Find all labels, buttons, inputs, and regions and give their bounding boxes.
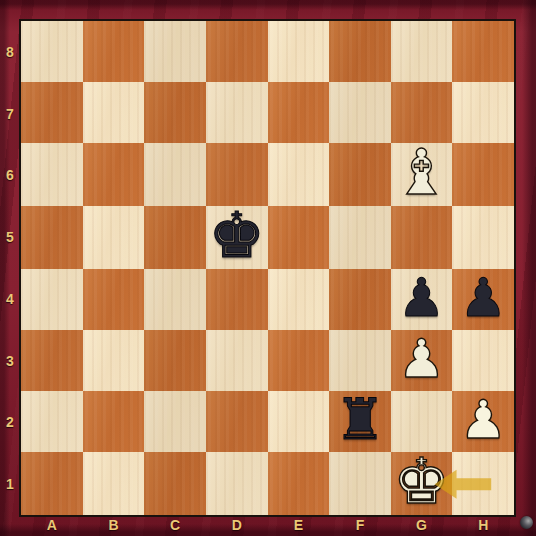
square-b7[interactable] [83, 82, 145, 143]
file-label-a: A [37, 516, 67, 535]
rank-label-8: 8 [0, 43, 20, 61]
square-b2[interactable] [83, 391, 145, 452]
square-c8[interactable] [144, 21, 206, 82]
board-frame: ♝♚♟♟♟♜♟♚ 87654321 ABCDEFGH [0, 0, 536, 536]
square-e1[interactable] [268, 452, 330, 515]
square-g1[interactable]: ♚ [391, 452, 453, 515]
square-c6[interactable] [144, 143, 206, 206]
square-f4[interactable] [329, 269, 391, 330]
piece-black-king[interactable]: ♚ [208, 204, 264, 267]
square-b5[interactable] [83, 206, 145, 269]
file-label-g: G [407, 516, 437, 535]
square-g2[interactable] [391, 391, 453, 452]
square-a6[interactable] [21, 143, 83, 206]
square-e6[interactable] [268, 143, 330, 206]
square-c7[interactable] [144, 82, 206, 143]
square-g8[interactable] [391, 21, 453, 82]
square-a4[interactable] [21, 269, 83, 330]
square-b4[interactable] [83, 269, 145, 330]
square-b1[interactable] [83, 452, 145, 515]
square-d7[interactable] [206, 82, 268, 143]
square-e3[interactable] [268, 330, 330, 391]
square-e2[interactable] [268, 391, 330, 452]
square-g4[interactable]: ♟ [391, 269, 453, 330]
file-label-c: C [160, 516, 190, 535]
square-g6[interactable]: ♝ [391, 143, 453, 206]
rank-label-1: 1 [0, 475, 20, 493]
square-d8[interactable] [206, 21, 268, 82]
square-d1[interactable] [206, 452, 268, 515]
board-inner-border: ♝♚♟♟♟♜♟♚ [19, 19, 516, 517]
piece-white-king[interactable]: ♚ [393, 450, 449, 513]
rank-label-5: 5 [0, 228, 20, 246]
square-a3[interactable] [21, 330, 83, 391]
file-label-h: H [468, 516, 498, 535]
square-f5[interactable] [329, 206, 391, 269]
square-b6[interactable] [83, 143, 145, 206]
square-a7[interactable] [21, 82, 83, 143]
file-label-d: D [222, 516, 252, 535]
square-h8[interactable] [452, 21, 514, 82]
square-d4[interactable] [206, 269, 268, 330]
rank-label-6: 6 [0, 166, 20, 184]
square-b3[interactable] [83, 330, 145, 391]
square-a8[interactable] [21, 21, 83, 82]
square-d6[interactable] [206, 143, 268, 206]
rank-label-4: 4 [0, 290, 20, 308]
square-c2[interactable] [144, 391, 206, 452]
square-b8[interactable] [83, 21, 145, 82]
square-e4[interactable] [268, 269, 330, 330]
file-label-b: B [98, 516, 128, 535]
piece-black-pawn[interactable]: ♟ [398, 271, 446, 324]
rank-label-3: 3 [0, 352, 20, 370]
rank-label-2: 2 [0, 413, 20, 431]
square-h3[interactable] [452, 330, 514, 391]
square-g7[interactable] [391, 82, 453, 143]
square-f1[interactable] [329, 452, 391, 515]
square-h7[interactable] [452, 82, 514, 143]
file-label-e: E [283, 516, 313, 535]
square-h5[interactable] [452, 206, 514, 269]
piece-white-bishop[interactable]: ♝ [393, 141, 449, 204]
file-label-f: F [345, 516, 375, 535]
square-d3[interactable] [206, 330, 268, 391]
square-f3[interactable] [329, 330, 391, 391]
square-f7[interactable] [329, 82, 391, 143]
square-a1[interactable] [21, 452, 83, 515]
square-e5[interactable] [268, 206, 330, 269]
square-f2[interactable]: ♜ [329, 391, 391, 452]
square-c5[interactable] [144, 206, 206, 269]
square-h6[interactable] [452, 143, 514, 206]
square-a5[interactable] [21, 206, 83, 269]
piece-white-pawn[interactable]: ♟ [398, 332, 446, 385]
square-h1[interactable] [452, 452, 514, 515]
square-g5[interactable] [391, 206, 453, 269]
piece-black-rook[interactable]: ♜ [334, 391, 385, 448]
square-d2[interactable] [206, 391, 268, 452]
square-a2[interactable] [21, 391, 83, 452]
square-g3[interactable]: ♟ [391, 330, 453, 391]
square-d5[interactable]: ♚ [206, 206, 268, 269]
square-e8[interactable] [268, 21, 330, 82]
square-c3[interactable] [144, 330, 206, 391]
frame-corner-dot [520, 516, 533, 529]
square-c1[interactable] [144, 452, 206, 515]
piece-black-pawn[interactable]: ♟ [459, 271, 507, 324]
square-h2[interactable]: ♟ [452, 391, 514, 452]
square-h4[interactable]: ♟ [452, 269, 514, 330]
rank-label-7: 7 [0, 105, 20, 123]
square-f8[interactable] [329, 21, 391, 82]
chess-board: ♝♚♟♟♟♜♟♚ [21, 21, 514, 515]
square-f6[interactable] [329, 143, 391, 206]
square-e7[interactable] [268, 82, 330, 143]
piece-white-pawn[interactable]: ♟ [459, 393, 507, 446]
square-c4[interactable] [144, 269, 206, 330]
chess-board-window: ♝♚♟♟♟♜♟♚ 87654321 ABCDEFGH [0, 0, 536, 536]
